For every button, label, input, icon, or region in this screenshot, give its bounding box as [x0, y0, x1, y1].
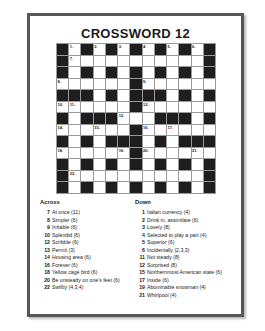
- cell-r5c2[interactable]: [81, 102, 92, 113]
- cell-r6c0: [57, 113, 68, 124]
- cell-r10c9[interactable]: [167, 159, 178, 170]
- cell-number: 14.: [58, 125, 64, 130]
- cell-r12c8: [155, 182, 166, 193]
- cell-number: 19.: [119, 148, 125, 153]
- down-clue-3: 3Lovely (8): [133, 224, 234, 232]
- cell-r8c10: [179, 136, 190, 147]
- cell-r11c10[interactable]: [179, 171, 190, 182]
- cell-r11c4[interactable]: [106, 171, 117, 182]
- cell-r5c4[interactable]: [106, 102, 117, 113]
- clue-number: 17: [133, 277, 147, 285]
- cell-r3c4[interactable]: [106, 79, 117, 90]
- cell-r12c12: [204, 182, 215, 193]
- cell-number: 1.: [70, 44, 73, 49]
- clue-text: Not steady (8): [147, 254, 234, 262]
- cell-r2c6: [130, 67, 141, 78]
- cell-r3c5[interactable]: [118, 79, 129, 90]
- clue-text: Lovely (8): [147, 224, 234, 232]
- cell-r0c12: [204, 44, 215, 55]
- cell-r4c12: [204, 90, 215, 101]
- across-clue-20: 20Be unsteady on one's feet (6): [38, 277, 133, 285]
- cell-r2c0: [57, 67, 68, 78]
- clue-text: Housing area (6): [52, 254, 133, 262]
- cell-number: 7.: [70, 56, 73, 61]
- across-clue-18: 18Yellow cage bird (6): [38, 269, 133, 277]
- clue-number: 22: [38, 284, 52, 292]
- clue-text: Splendid (6): [52, 232, 133, 240]
- down-clues-list: 1Italian currency (4)2Drink in, assimila…: [133, 209, 234, 299]
- cell-r9c3[interactable]: [94, 148, 105, 159]
- clue-text: Italian currency (4): [147, 209, 234, 217]
- clue-text: Northernmost American state (6): [147, 269, 234, 277]
- cell-r5c10[interactable]: [179, 102, 190, 113]
- down-clue-17: 17Inside (6): [133, 277, 234, 285]
- cell-r5c11[interactable]: [192, 102, 203, 113]
- cell-r6c10: [179, 113, 190, 124]
- cell-r2c5[interactable]: [118, 67, 129, 78]
- across-clue-7: 7At once (11): [38, 209, 133, 217]
- cell-r2c8: [155, 67, 166, 78]
- cell-r10c4: [106, 159, 117, 170]
- cell-r2c1[interactable]: [69, 67, 80, 78]
- across-clue-8: 8Simpler (6): [38, 217, 133, 225]
- clue-number: 6: [133, 247, 147, 255]
- cell-r12c7[interactable]: [143, 182, 154, 193]
- cell-r4c1: [69, 90, 80, 101]
- cell-r10c11[interactable]: [192, 159, 203, 170]
- cell-r6c8: [155, 113, 166, 124]
- cell-r9c2[interactable]: [81, 148, 92, 159]
- cell-r4c5[interactable]: [118, 90, 129, 101]
- cell-r5c1[interactable]: 11.: [69, 102, 80, 113]
- across-clue-13: 13Permit (3): [38, 247, 133, 255]
- cell-r8c2: [81, 136, 92, 147]
- cell-r7c8[interactable]: [155, 125, 166, 136]
- cell-r2c9[interactable]: [167, 67, 178, 78]
- across-clue-22: 22Swiftly (4,3,4): [38, 284, 133, 292]
- cell-r10c3[interactable]: [94, 159, 105, 170]
- cell-r1c7[interactable]: [143, 56, 154, 67]
- clue-text: Permit (3): [52, 247, 133, 255]
- clue-number: 4: [133, 232, 147, 240]
- cell-r9c6: [130, 148, 141, 159]
- cell-r2c12: [204, 67, 215, 78]
- cell-r0c2: [81, 44, 92, 55]
- cell-r6c3: [94, 113, 105, 124]
- cell-r3c12[interactable]: [204, 79, 215, 90]
- cell-r7c9[interactable]: 17.: [167, 125, 178, 136]
- cell-r9c11[interactable]: 21.: [192, 148, 203, 159]
- cell-r7c4[interactable]: [106, 125, 117, 136]
- clue-text: Superior (6): [147, 239, 234, 247]
- cell-r1c8[interactable]: [155, 56, 166, 67]
- clue-text: Inside (6): [147, 277, 234, 285]
- cell-r5c7[interactable]: 12.: [143, 102, 154, 113]
- cell-r1c3[interactable]: [94, 56, 105, 67]
- cell-r10c6: [130, 159, 141, 170]
- clue-text: Surprised (8): [147, 262, 234, 270]
- down-clue-4: 4Selected to play a part (4): [133, 232, 234, 240]
- cell-number: 20.: [143, 148, 149, 153]
- cell-r7c3[interactable]: 15.: [94, 125, 105, 136]
- cell-r1c9[interactable]: [167, 56, 178, 67]
- cell-r1c12: [204, 56, 215, 67]
- cell-r2c10: [179, 67, 190, 78]
- cell-r12c11[interactable]: [192, 182, 203, 193]
- cell-r9c5[interactable]: 19.: [118, 148, 129, 159]
- cell-r10c2: [81, 159, 92, 170]
- cell-r11c8[interactable]: [155, 171, 166, 182]
- cell-r7c7[interactable]: 16.: [143, 125, 154, 136]
- cell-r8c1[interactable]: [69, 136, 80, 147]
- cell-r2c11[interactable]: [192, 67, 203, 78]
- cell-r4c0: [57, 90, 68, 101]
- cell-r10c1[interactable]: [69, 159, 80, 170]
- clue-text: Scribble (6): [52, 239, 133, 247]
- puzzle-page: CROSSWORD 12 1.2.3.4.5.6.7.8.9.10.11.12.…: [27, 13, 244, 317]
- down-clues-column: Down 1Italian currency (4)2Drink in, ass…: [133, 199, 234, 299]
- cell-number: 10.: [58, 102, 64, 107]
- cell-r6c4: [106, 113, 117, 124]
- down-clue-11: 11Not steady (8): [133, 254, 234, 262]
- clue-number: 9: [38, 224, 52, 232]
- cell-r7c1[interactable]: [69, 125, 80, 136]
- across-clues-column: Across 7At once (11)8Simpler (6)9Irritab…: [38, 199, 133, 299]
- clue-text: Incidentally (2,3,3): [147, 247, 234, 255]
- cell-r12c6: [130, 182, 141, 193]
- cell-r8c12: [204, 136, 215, 147]
- cell-r3c3[interactable]: [94, 79, 105, 90]
- cell-r1c4[interactable]: [106, 56, 117, 67]
- cell-r5c5[interactable]: [118, 102, 129, 113]
- clues-section: Across 7At once (11)8Simpler (6)9Irritab…: [38, 199, 234, 299]
- clue-text: Abominable snowman (4): [147, 284, 234, 292]
- cell-number: 11.: [70, 102, 75, 107]
- cell-r4c9[interactable]: [167, 90, 178, 101]
- across-clue-12: 12Scribble (6): [38, 239, 133, 247]
- cell-r0c11[interactable]: 6.: [192, 44, 203, 55]
- clue-number: 11: [133, 254, 147, 262]
- across-clues-list: 7At once (11)8Simpler (6)9Irritable (6)1…: [38, 209, 133, 292]
- cell-r9c9[interactable]: [167, 148, 178, 159]
- across-clue-16: 16Forever (6): [38, 262, 133, 270]
- cell-r7c2[interactable]: [81, 125, 92, 136]
- cell-r11c2[interactable]: [81, 171, 92, 182]
- crossword-grid: 1.2.3.4.5.6.7.8.9.10.11.12.13.14.15.16.1…: [56, 43, 216, 194]
- cell-number: 6.: [192, 44, 195, 49]
- cell-r5c0[interactable]: 10.: [57, 102, 68, 113]
- cell-r3c1[interactable]: [69, 79, 80, 90]
- cell-number: 9.: [143, 79, 146, 84]
- clue-number: 8: [38, 217, 52, 225]
- cell-r3c2[interactable]: [81, 79, 92, 90]
- cell-r4c3[interactable]: [94, 90, 105, 101]
- cell-r7c5[interactable]: [118, 125, 129, 136]
- cell-r7c0[interactable]: 14.: [57, 125, 68, 136]
- cell-r3c8[interactable]: [155, 79, 166, 90]
- cell-number: 2.: [94, 44, 97, 49]
- clue-number: 15: [133, 269, 147, 277]
- cell-r0c3[interactable]: 2.: [94, 44, 105, 55]
- clue-text: Simpler (6): [52, 217, 133, 225]
- cell-r2c4: [106, 67, 117, 78]
- cell-number: 5.: [168, 44, 171, 49]
- clue-number: 1: [133, 209, 147, 217]
- cell-r12c0: [57, 182, 68, 193]
- cell-r6c11[interactable]: [192, 113, 203, 124]
- cell-number: 4.: [143, 44, 146, 49]
- cell-r11c11[interactable]: [192, 171, 203, 182]
- clue-number: 16: [38, 262, 52, 270]
- cell-r5c12[interactable]: [204, 102, 215, 113]
- cell-r1c2[interactable]: [81, 56, 92, 67]
- cell-r4c2: [81, 90, 92, 101]
- cell-r10c8: [155, 159, 166, 170]
- puzzle-title: CROSSWORD 12: [30, 26, 241, 41]
- cell-r3c7[interactable]: 9.: [143, 79, 154, 90]
- cell-r8c8: [155, 136, 166, 147]
- cell-r0c0: [57, 44, 68, 55]
- cell-r5c9[interactable]: [167, 102, 178, 113]
- cell-r12c5[interactable]: [118, 182, 129, 193]
- cell-r10c5[interactable]: [118, 159, 129, 170]
- cell-number: 21.: [192, 148, 198, 153]
- cell-r6c5[interactable]: 13.: [118, 113, 129, 124]
- cell-r0c7[interactable]: 4.: [143, 44, 154, 55]
- cell-r4c8: [155, 90, 166, 101]
- cell-r9c10[interactable]: [179, 148, 190, 159]
- across-header: Across: [40, 199, 133, 205]
- down-clue-12: 12Surprised (8): [133, 262, 234, 270]
- down-clue-15: 15Northernmost American state (6): [133, 269, 234, 277]
- cell-r11c6[interactable]: [130, 171, 141, 182]
- cell-r0c9[interactable]: 5.: [167, 44, 178, 55]
- across-clue-9: 9Irritable (6): [38, 224, 133, 232]
- down-clue-21: 21Whirlpool (4): [133, 292, 234, 300]
- cell-r5c3[interactable]: [94, 102, 105, 113]
- cell-r4c6: [130, 90, 141, 101]
- down-clue-1: 1Italian currency (4): [133, 209, 234, 217]
- cell-r8c3[interactable]: [94, 136, 105, 147]
- cell-r9c7[interactable]: 20.: [143, 148, 154, 159]
- cell-r8c5: [118, 136, 129, 147]
- cell-number: 16.: [143, 125, 149, 130]
- clue-number: 20: [38, 277, 52, 285]
- cell-number: 22.: [70, 171, 76, 176]
- cell-r0c1[interactable]: 1.: [69, 44, 80, 55]
- cell-r10c12: [204, 159, 215, 170]
- clue-text: Whirlpool (4): [147, 292, 234, 300]
- cell-r8c11: [192, 136, 203, 147]
- cell-r12c3[interactable]: [94, 182, 105, 193]
- cell-r8c4: [106, 136, 117, 147]
- cell-number: 13.: [119, 113, 125, 118]
- cell-r9c12[interactable]: [204, 148, 215, 159]
- clue-number: 12: [133, 262, 147, 270]
- cell-r11c12: [204, 171, 215, 182]
- clue-number: 7: [38, 209, 52, 217]
- cell-r1c10[interactable]: [179, 56, 190, 67]
- cell-r3c9[interactable]: [167, 79, 178, 90]
- cell-number: 17.: [168, 125, 174, 130]
- cell-r3c11[interactable]: [192, 79, 203, 90]
- cell-r5c6: [130, 102, 141, 113]
- cell-r6c2: [81, 113, 92, 124]
- cell-number: 15.: [94, 125, 100, 130]
- clue-number: 3: [133, 224, 147, 232]
- cell-r0c4: [106, 44, 117, 55]
- clue-text: Drink in, assimilate (6): [147, 217, 234, 225]
- cell-r6c7[interactable]: [143, 113, 154, 124]
- across-clue-10: 10Splendid (6): [38, 232, 133, 240]
- clue-number: 2: [133, 217, 147, 225]
- across-clue-14: 14Housing area (6): [38, 254, 133, 262]
- down-header: Down: [135, 199, 234, 205]
- cell-r1c1[interactable]: 7.: [69, 56, 80, 67]
- cell-r7c6: [130, 125, 141, 136]
- cell-r6c1[interactable]: [69, 113, 80, 124]
- cell-number: 8.: [58, 79, 61, 84]
- cell-r0c5[interactable]: 3.: [118, 44, 129, 55]
- cell-r5c8[interactable]: [155, 102, 166, 113]
- cell-r11c1[interactable]: 22.: [69, 171, 80, 182]
- cell-r7c12[interactable]: [204, 125, 215, 136]
- cell-r11c3[interactable]: [94, 171, 105, 182]
- clue-number: 21: [133, 292, 147, 300]
- cell-r2c3[interactable]: [94, 67, 105, 78]
- cell-r10c10: [179, 159, 190, 170]
- cell-r8c9[interactable]: [167, 136, 178, 147]
- cell-r9c4[interactable]: [106, 148, 117, 159]
- cell-r4c11[interactable]: [192, 90, 203, 101]
- clue-text: Irritable (6): [52, 224, 133, 232]
- clue-text: Be unsteady on one's feet (6): [52, 277, 133, 285]
- cell-r11c5[interactable]: [118, 171, 129, 182]
- clue-number: 19: [133, 284, 147, 292]
- cell-r2c7[interactable]: [143, 67, 154, 78]
- cell-r3c0[interactable]: 8.: [57, 79, 68, 90]
- down-clue-2: 2Drink in, assimilate (6): [133, 217, 234, 225]
- cell-r11c9[interactable]: [167, 171, 178, 182]
- clue-text: Selected to play a part (4): [147, 232, 234, 240]
- cell-r6c12: [204, 113, 215, 124]
- cell-r12c4: [106, 182, 117, 193]
- cell-r9c8[interactable]: [155, 148, 166, 159]
- down-clue-6: 6Incidentally (2,3,3): [133, 247, 234, 255]
- clue-number: 12: [38, 239, 52, 247]
- cell-r11c0: [57, 171, 68, 182]
- cell-r4c4: [106, 90, 117, 101]
- cell-r0c6: [130, 44, 141, 55]
- clue-text: At once (11): [52, 209, 133, 217]
- clue-text: Swiftly (4,3,4): [52, 284, 133, 292]
- cell-r6c9: [167, 113, 178, 124]
- cell-r8c7[interactable]: [143, 136, 154, 147]
- cell-r3c6: [130, 79, 141, 90]
- clue-text: Yellow cage bird (6): [52, 269, 133, 277]
- cell-r7c10[interactable]: [179, 125, 190, 136]
- clue-number: 18: [38, 269, 52, 277]
- cell-r0c10: [179, 44, 190, 55]
- cell-r1c5[interactable]: [118, 56, 129, 67]
- cell-r1c0: [57, 56, 68, 67]
- cell-r10c0: [57, 159, 68, 170]
- cell-number: 3.: [119, 44, 122, 49]
- cell-r4c7: [143, 90, 154, 101]
- cell-r8c6: [130, 136, 141, 147]
- cell-r8c0: [57, 136, 68, 147]
- cell-r9c1[interactable]: [69, 148, 80, 159]
- cell-r3c10[interactable]: [179, 79, 190, 90]
- cell-r11c7[interactable]: [143, 171, 154, 182]
- cell-r10c7[interactable]: [143, 159, 154, 170]
- clue-number: 5: [133, 239, 147, 247]
- clue-number: 10: [38, 232, 52, 240]
- cell-r9c0[interactable]: 18.: [57, 148, 68, 159]
- cell-r12c10: [179, 182, 190, 193]
- clue-number: 13: [38, 247, 52, 255]
- cell-r12c1[interactable]: [69, 182, 80, 193]
- cell-r7c11[interactable]: [192, 125, 203, 136]
- clue-text: Forever (6): [52, 262, 133, 270]
- cell-number: 12.: [143, 102, 149, 107]
- cell-r12c2: [81, 182, 92, 193]
- cell-number: 18.: [58, 148, 64, 153]
- cell-r4c10: [179, 90, 190, 101]
- clue-number: 14: [38, 254, 52, 262]
- cell-r0c8: [155, 44, 166, 55]
- cell-r12c9[interactable]: [167, 182, 178, 193]
- cell-r1c6[interactable]: [130, 56, 141, 67]
- down-clue-19: 19Abominable snowman (4): [133, 284, 234, 292]
- cell-r1c11[interactable]: [192, 56, 203, 67]
- down-clue-5: 5Superior (6): [133, 239, 234, 247]
- cell-r6c6[interactable]: [130, 113, 141, 124]
- cell-r2c2: [81, 67, 92, 78]
